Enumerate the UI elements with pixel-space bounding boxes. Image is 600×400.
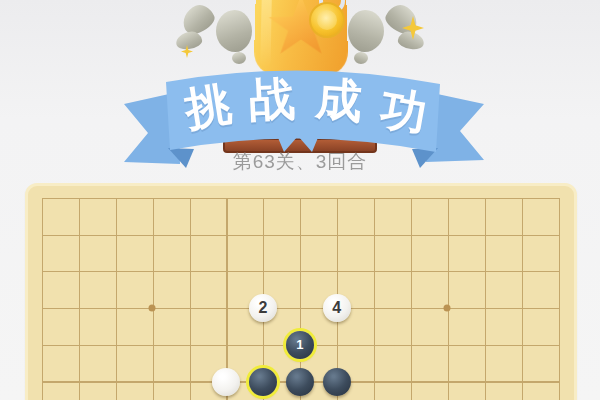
stone-black: [323, 368, 351, 396]
banner-title-char: 功: [377, 84, 430, 137]
stone-move-number: 4: [332, 299, 341, 317]
banner-title-char: 成: [314, 75, 363, 124]
stone-black-move-1: 1: [286, 331, 314, 359]
stone-white-move-4: 4: [323, 294, 351, 322]
board-grid: 241: [42, 198, 560, 400]
star-point: [444, 305, 451, 312]
challenge-result-screen: 挑 战 成 功 第63关、3回合 241: [0, 0, 600, 400]
banner-title-char: 战: [248, 75, 296, 123]
banner-title-char: 挑: [182, 80, 235, 133]
gomoku-board: 241: [25, 183, 577, 400]
result-header: 挑 战 成 功 第63关、3回合: [0, 0, 600, 183]
level-round-subtitle: 第63关、3回合: [0, 149, 600, 175]
stone-move-number: 2: [258, 299, 267, 317]
star-point: [149, 305, 156, 312]
stone-move-number: 1: [296, 337, 303, 352]
stone-white: [212, 368, 240, 396]
stone-black: [249, 368, 277, 396]
stone-black: [286, 368, 314, 396]
medal-icon: [309, 2, 345, 38]
stone-white-move-2: 2: [249, 294, 277, 322]
